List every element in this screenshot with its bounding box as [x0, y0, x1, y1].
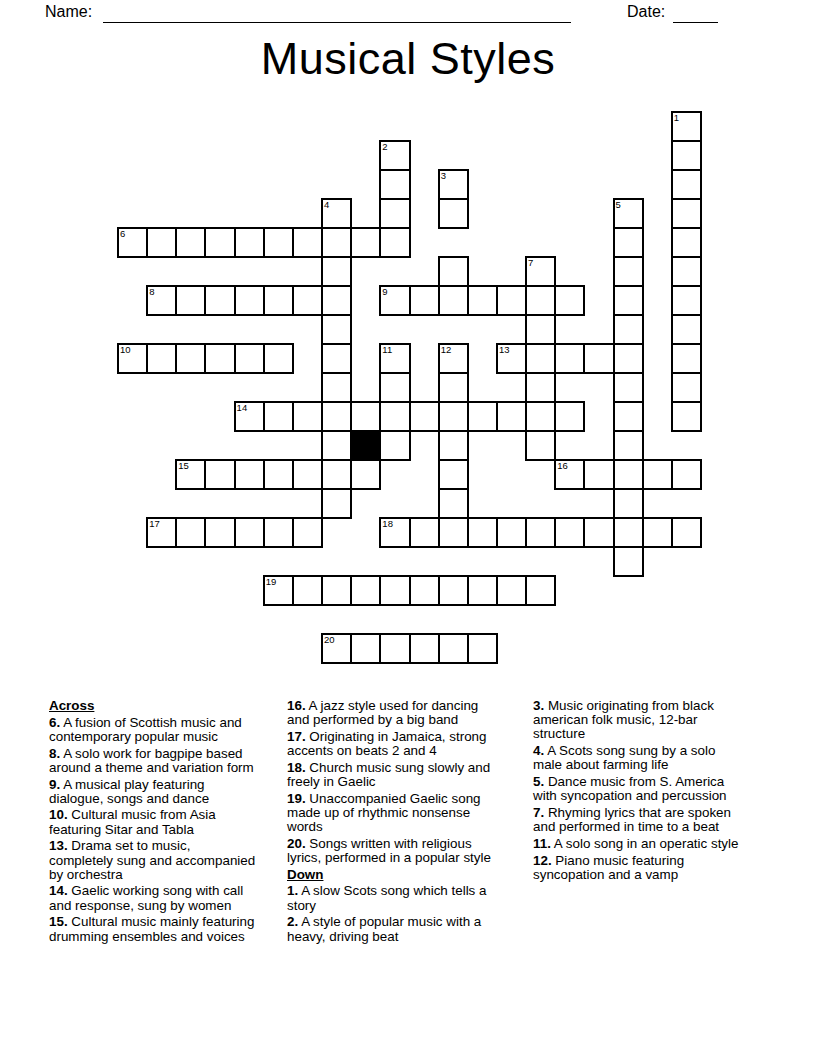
grid-cell-r4c7[interactable] [321, 227, 352, 258]
grid-cell-r14c6[interactable] [292, 517, 323, 548]
grid-cell-r6c7[interactable] [321, 285, 352, 316]
clue-column-2: 16. A jazz style used for dancingand per… [287, 699, 491, 946]
grid-cell-r14c17[interactable] [613, 517, 644, 548]
clue-down-2: 2. A style of popular music with aheavy,… [287, 915, 491, 943]
cell-number-10: 10 [120, 344, 131, 355]
grid-cell-r14c12[interactable] [467, 517, 498, 548]
grid-cell-r18c12[interactable] [467, 633, 498, 664]
grid-cell-r8c7[interactable] [321, 343, 352, 374]
grid-cell-r2c19[interactable] [671, 169, 702, 200]
clue-number: 19. [287, 791, 306, 806]
grid-cell-r6c5[interactable] [263, 285, 294, 316]
grid-cell-r11c9[interactable] [379, 430, 410, 461]
grid-cell-r8c3[interactable] [204, 343, 235, 374]
clue-down-7: 7. Rhyming lyrics that are spokenand per… [533, 806, 738, 834]
grid-cell-r6c4[interactable] [234, 285, 265, 316]
grid-cell-r4c4[interactable] [234, 227, 265, 258]
clue-down-3: 3. Music originating from blackamerican … [533, 699, 738, 742]
clue-across-18: 18. Church music sung slowly andfreely i… [287, 761, 491, 789]
grid-cell-r4c5[interactable] [263, 227, 294, 258]
grid-cell-r10c7[interactable] [321, 401, 352, 432]
grid-cell-r14c13[interactable] [496, 517, 527, 548]
cell-number-7: 7 [528, 257, 533, 268]
grid-cell-r9c7[interactable] [321, 372, 352, 403]
grid-cell-r14c4[interactable] [234, 517, 265, 548]
grid-cell-r14c1[interactable]: 17 [146, 517, 177, 548]
cell-number-14: 14 [237, 402, 248, 413]
grid-cell-r18c8[interactable] [350, 633, 381, 664]
grid-cell-r6c3[interactable] [204, 285, 235, 316]
grid-cell-r10c13[interactable] [496, 401, 527, 432]
grid-cell-r14c9[interactable]: 18 [379, 517, 410, 548]
grid-cell-r10c9[interactable] [379, 401, 410, 432]
clue-across-13: 13. Drama set to music,completely sung a… [49, 839, 255, 882]
grid-cell-r6c17[interactable] [613, 285, 644, 316]
grid-cell-r4c3[interactable] [204, 227, 235, 258]
crossword-grid: 1234567891011121314151617181920 [117, 111, 703, 665]
grid-cell-r7c7[interactable] [321, 314, 352, 345]
grid-cell-r6c12[interactable] [467, 285, 498, 316]
grid-cell-r4c1[interactable] [146, 227, 177, 258]
grid-cell-r4c0[interactable]: 6 [117, 227, 148, 258]
grid-cell-r12c2[interactable]: 15 [175, 459, 206, 490]
clue-across-15: 15. Cultural music mainly featuringdrumm… [49, 915, 255, 943]
clue-number: 18. [287, 760, 306, 775]
grid-cell-r10c4[interactable]: 14 [234, 401, 265, 432]
grid-cell-r14c10[interactable] [409, 517, 440, 548]
grid-cell-r11c11[interactable] [438, 430, 469, 461]
clue-across-6: 6. A fusion of Scottish music andcontemp… [49, 716, 255, 744]
cell-number-12: 12 [441, 344, 452, 355]
clue-number: 10. [49, 807, 68, 822]
grid-cell-r8c0[interactable]: 10 [117, 343, 148, 374]
grid-cell-r14c11[interactable] [438, 517, 469, 548]
grid-cell-r6c10[interactable] [409, 285, 440, 316]
grid-cell-r16c6[interactable] [292, 575, 323, 606]
cell-number-5: 5 [616, 199, 621, 210]
cell-number-8: 8 [149, 286, 154, 297]
clue-across-8: 8. A solo work for bagpipe basedaround a… [49, 747, 255, 775]
clue-across-16: 16. A jazz style used for dancingand per… [287, 699, 491, 727]
black-cell [350, 430, 381, 461]
grid-cell-r8c19[interactable] [671, 343, 702, 374]
grid-cell-r16c9[interactable] [379, 575, 410, 606]
grid-cell-r8c15[interactable] [554, 343, 585, 374]
grid-cell-r11c17[interactable] [613, 430, 644, 461]
grid-cell-r10c11[interactable] [438, 401, 469, 432]
grid-cell-r10c8[interactable] [350, 401, 381, 432]
clue-number: 3. [533, 698, 544, 713]
grid-cell-r16c11[interactable] [438, 575, 469, 606]
clue-number: 16. [287, 698, 306, 713]
grid-cell-r10c10[interactable] [409, 401, 440, 432]
grid-cell-r16c8[interactable] [350, 575, 381, 606]
date-label: Date: [627, 3, 665, 21]
grid-cell-r5c11[interactable] [438, 256, 469, 287]
clue-down-4: 4. A Scots song sung by a solomale about… [533, 744, 738, 772]
grid-cell-r9c9[interactable] [379, 372, 410, 403]
grid-cell-r16c5[interactable]: 19 [263, 575, 294, 606]
grid-cell-r14c16[interactable] [583, 517, 614, 548]
clue-number: 12. [533, 853, 552, 868]
cell-number-3: 3 [441, 170, 446, 181]
clue-across-10: 10. Cultural music from Asiafeaturing Si… [49, 808, 255, 836]
clue-across-14: 14. Gaelic working song with calland res… [49, 884, 255, 912]
grid-cell-r7c19[interactable] [671, 314, 702, 345]
grid-cell-r11c14[interactable] [525, 430, 556, 461]
grid-cell-r5c14[interactable]: 7 [525, 256, 556, 287]
grid-cell-r10c5[interactable] [263, 401, 294, 432]
grid-cell-r3c9[interactable] [379, 198, 410, 229]
cell-number-9: 9 [382, 286, 387, 297]
grid-cell-r8c4[interactable] [234, 343, 265, 374]
clue-number: 13. [49, 838, 68, 853]
grid-cell-r10c14[interactable] [525, 401, 556, 432]
clue-number: 17. [287, 729, 306, 744]
cell-number-1: 1 [674, 112, 679, 123]
clue-number: 8. [49, 746, 60, 761]
grid-cell-r4c8[interactable] [350, 227, 381, 258]
grid-cell-r18c7[interactable]: 20 [321, 633, 352, 664]
cell-number-13: 13 [499, 344, 510, 355]
grid-cell-r3c19[interactable] [671, 198, 702, 229]
clue-number: 6. [49, 715, 60, 730]
grid-cell-r10c17[interactable] [613, 401, 644, 432]
grid-cell-r12c4[interactable] [234, 459, 265, 490]
name-input-line[interactable] [103, 22, 571, 23]
grid-cell-r6c6[interactable] [292, 285, 323, 316]
grid-cell-r8c14[interactable] [525, 343, 556, 374]
grid-cell-r7c14[interactable] [525, 314, 556, 345]
cell-number-2: 2 [382, 141, 387, 152]
clue-down-11: 11. A solo song in an operatic style [533, 837, 738, 851]
down-clues-heading: Down [287, 868, 491, 882]
cell-number-18: 18 [382, 518, 393, 529]
grid-cell-r5c19[interactable] [671, 256, 702, 287]
grid-cell-r8c1[interactable] [146, 343, 177, 374]
cell-number-20: 20 [324, 634, 335, 645]
grid-cell-r12c8[interactable] [350, 459, 381, 490]
grid-cell-r9c14[interactable] [525, 372, 556, 403]
clue-number: 5. [533, 774, 544, 789]
grid-cell-r14c5[interactable] [263, 517, 294, 548]
clue-number: 20. [287, 836, 306, 851]
grid-cell-r12c3[interactable] [204, 459, 235, 490]
grid-cell-r12c11[interactable] [438, 459, 469, 490]
grid-cell-r11c7[interactable] [321, 430, 352, 461]
grid-cell-r12c15[interactable]: 16 [554, 459, 585, 490]
clue-down-5: 5. Dance music from S. Americawith synco… [533, 775, 738, 803]
grid-cell-r8c13[interactable]: 13 [496, 343, 527, 374]
grid-cell-r12c19[interactable] [671, 459, 702, 490]
grid-cell-r9c19[interactable] [671, 372, 702, 403]
grid-cell-r8c16[interactable] [583, 343, 614, 374]
grid-cell-r18c10[interactable] [409, 633, 440, 664]
grid-cell-r6c14[interactable] [525, 285, 556, 316]
grid-cell-r15c17[interactable] [613, 546, 644, 577]
grid-cell-r14c19[interactable] [671, 517, 702, 548]
grid-cell-r9c17[interactable] [613, 372, 644, 403]
grid-cell-r16c13[interactable] [496, 575, 527, 606]
date-input-line[interactable] [673, 22, 718, 23]
clue-number: 15. [49, 914, 68, 929]
clue-number: 1. [287, 883, 298, 898]
puzzle-title: Musical Styles [0, 33, 816, 85]
clue-number: 9. [49, 777, 60, 792]
clue-number: 14. [49, 883, 68, 898]
grid-cell-r8c17[interactable] [613, 343, 644, 374]
clue-column-3: 3. Music originating from blackamerican … [533, 699, 738, 884]
clue-across-19: 19. Unaccompanied Gaelic songmade up of … [287, 792, 491, 835]
grid-cell-r2c9[interactable] [379, 169, 410, 200]
grid-cell-r3c7[interactable]: 4 [321, 198, 352, 229]
grid-cell-r4c19[interactable] [671, 227, 702, 258]
grid-cell-r18c11[interactable] [438, 633, 469, 664]
clue-column-1: Across6. A fusion of Scottish music andc… [49, 699, 255, 946]
grid-cell-r12c17[interactable] [613, 459, 644, 490]
grid-cell-r10c19[interactable] [671, 401, 702, 432]
grid-cell-r3c11[interactable] [438, 198, 469, 229]
grid-cell-r6c2[interactable] [175, 285, 206, 316]
grid-cell-r13c7[interactable] [321, 488, 352, 519]
grid-cell-r3c17[interactable]: 5 [613, 198, 644, 229]
clue-down-12: 12. Piano music featuringsyncopation and… [533, 854, 738, 882]
clue-number: 11. [533, 836, 551, 851]
grid-cell-r6c15[interactable] [554, 285, 585, 316]
clue-across-9: 9. A musical play featuringdialogue, son… [49, 778, 255, 806]
grid-cell-r13c11[interactable] [438, 488, 469, 519]
cell-number-11: 11 [382, 344, 392, 355]
grid-cell-r8c5[interactable] [263, 343, 294, 374]
grid-cell-r12c16[interactable] [583, 459, 614, 490]
grid-cell-r0c19[interactable]: 1 [671, 111, 702, 142]
grid-cell-r18c9[interactable] [379, 633, 410, 664]
cell-number-4: 4 [324, 199, 329, 210]
name-label: Name: [45, 3, 92, 21]
grid-cell-r14c3[interactable] [204, 517, 235, 548]
grid-cell-r16c12[interactable] [467, 575, 498, 606]
grid-cell-r4c6[interactable] [292, 227, 323, 258]
grid-cell-r8c9[interactable]: 11 [379, 343, 410, 374]
cell-number-6: 6 [120, 228, 125, 239]
grid-cell-r16c14[interactable] [525, 575, 556, 606]
grid-cell-r14c2[interactable] [175, 517, 206, 548]
grid-cell-r13c17[interactable] [613, 488, 644, 519]
grid-cell-r6c1[interactable]: 8 [146, 285, 177, 316]
clue-number: 7. [533, 805, 544, 820]
grid-cell-r10c15[interactable] [554, 401, 585, 432]
grid-cell-r6c9[interactable]: 9 [379, 285, 410, 316]
grid-cell-r12c6[interactable] [292, 459, 323, 490]
grid-cell-r6c19[interactable] [671, 285, 702, 316]
grid-cell-r14c14[interactable] [525, 517, 556, 548]
grid-cell-r12c7[interactable] [321, 459, 352, 490]
grid-cell-r6c13[interactable] [496, 285, 527, 316]
grid-cell-r10c12[interactable] [467, 401, 498, 432]
grid-cell-r5c17[interactable] [613, 256, 644, 287]
grid-cell-r16c7[interactable] [321, 575, 352, 606]
clue-number: 4. [533, 743, 544, 758]
cell-number-16: 16 [557, 460, 568, 471]
grid-cell-r7c17[interactable] [613, 314, 644, 345]
grid-cell-r4c2[interactable] [175, 227, 206, 258]
grid-cell-r12c18[interactable] [642, 459, 673, 490]
grid-cell-r1c19[interactable] [671, 140, 702, 171]
grid-cell-r8c11[interactable]: 12 [438, 343, 469, 374]
grid-cell-r10c6[interactable] [292, 401, 323, 432]
grid-cell-r4c9[interactable] [379, 227, 410, 258]
grid-cell-r2c11[interactable]: 3 [438, 169, 469, 200]
cell-number-19: 19 [266, 576, 277, 587]
clue-number: 2. [287, 914, 298, 929]
clue-across-17: 17. Originating in Jamaica, strongaccent… [287, 730, 491, 758]
grid-cell-r14c15[interactable] [554, 517, 585, 548]
grid-cell-r14c18[interactable] [642, 517, 673, 548]
grid-cell-r6c11[interactable] [438, 285, 469, 316]
grid-cell-r4c17[interactable] [613, 227, 644, 258]
across-clues-heading: Across [49, 699, 255, 713]
grid-cell-r16c10[interactable] [409, 575, 440, 606]
grid-cell-r5c7[interactable] [321, 256, 352, 287]
grid-cell-r12c5[interactable] [263, 459, 294, 490]
grid-cell-r8c2[interactable] [175, 343, 206, 374]
grid-cell-r1c9[interactable]: 2 [379, 140, 410, 171]
grid-cell-r9c11[interactable] [438, 372, 469, 403]
clue-across-20: 20. Songs written with religiouslyrics, … [287, 837, 491, 865]
clue-down-1: 1. A slow Scots song which tells astory [287, 884, 491, 912]
cell-number-15: 15 [178, 460, 189, 471]
cell-number-17: 17 [149, 518, 160, 529]
